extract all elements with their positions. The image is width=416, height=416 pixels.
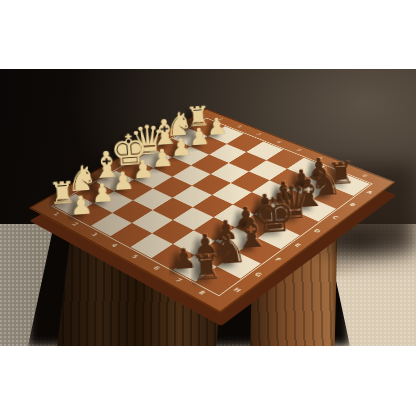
- page: { "game": "chess", "position": { "fen": …: [0, 0, 416, 416]
- piece-white-knight-g1: ♞: [68, 158, 98, 199]
- piece-white-queen-d1: ♛: [128, 117, 158, 165]
- piece-white-king-e1: ♚: [109, 125, 139, 176]
- piece-white-knight-b1: ♞: [166, 105, 194, 143]
- piece-white-bishop-f1: ♝: [89, 143, 119, 187]
- photo-background: ♜♟♟♜♞♟♟♞♝♟♟♝♛♟♟♛♚♟♟♚♝♟♟♝♞♟♟♞♜♟♟♜ 1234567…: [0, 69, 416, 346]
- piece-white-rook-h1: ♜: [47, 174, 78, 211]
- piece-white-bishop-c1: ♝: [148, 112, 177, 154]
- square-b6: [270, 169, 309, 190]
